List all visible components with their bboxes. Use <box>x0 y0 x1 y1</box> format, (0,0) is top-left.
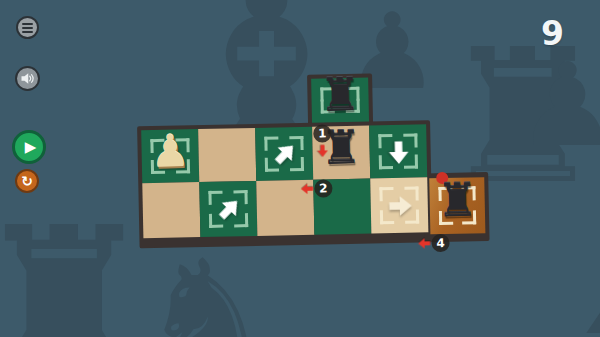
puzzle-board: ♜1♟♜2♜4 <box>0 0 600 337</box>
cell-r0c3[interactable]: ♜1 <box>311 78 369 123</box>
restart-button[interactable]: ↻ <box>15 169 39 193</box>
game-stage: ♝♟♜♟♜♞♝ ♜1♟♜2♜4 ▶ ↻ 9 <box>0 0 600 337</box>
target-flag <box>436 172 448 184</box>
hamburger-menu-icon[interactable] <box>16 16 39 39</box>
cell-r1c1[interactable] <box>198 128 256 182</box>
target-brackets <box>264 136 304 172</box>
cell-r1c4[interactable] <box>369 124 427 178</box>
cell-r2c2[interactable] <box>256 180 314 236</box>
menu-bar <box>22 27 33 29</box>
cell-r1c0[interactable]: ♟ <box>141 129 199 183</box>
menu-bar <box>22 23 33 25</box>
cell-r1c3[interactable]: ♜2 <box>312 126 370 180</box>
play-icon: ▶ <box>25 138 37 156</box>
cell-r2c0[interactable] <box>142 182 200 238</box>
cell-r1c2[interactable] <box>255 127 313 181</box>
black-rook-piece: ♜ <box>320 124 362 171</box>
target-brackets <box>438 186 476 225</box>
cell-r2c3[interactable] <box>313 179 371 235</box>
target-brackets <box>379 187 419 225</box>
target-brackets <box>208 190 248 228</box>
restart-icon: ↻ <box>21 173 33 189</box>
move-arrow-right-icon <box>384 190 415 221</box>
move-arrow-up-right-icon <box>207 188 249 230</box>
move-arrow-down-icon <box>383 136 414 167</box>
cell-r2c5[interactable]: ♜4 <box>429 177 485 234</box>
play-button[interactable]: ▶ <box>12 130 46 164</box>
black-rook-piece: ♜ <box>319 71 361 118</box>
speaker-icon[interactable] <box>15 66 40 91</box>
move-arrow-up-right-icon <box>263 133 305 175</box>
white-pawn-piece: ♟ <box>150 129 190 174</box>
moves-counter: 9 <box>541 14 564 53</box>
menu-bar <box>22 31 33 33</box>
target-brackets <box>320 87 360 114</box>
target-brackets <box>378 134 418 170</box>
cell-r2c4[interactable] <box>370 177 428 233</box>
target-brackets <box>150 138 190 174</box>
speaker-glyph <box>20 71 35 86</box>
cell-r2c1[interactable] <box>199 181 257 237</box>
